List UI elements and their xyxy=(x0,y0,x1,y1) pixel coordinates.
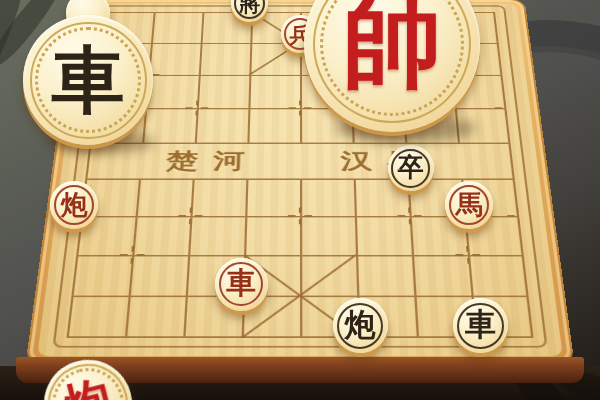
board-cell[interactable] xyxy=(458,143,515,179)
board-cell[interactable] xyxy=(355,216,412,255)
board-cell[interactable] xyxy=(197,75,250,108)
board-cell[interactable] xyxy=(468,255,529,296)
piece-glyph: 炮 xyxy=(61,191,88,218)
piece-glyph: 車 xyxy=(226,268,256,298)
piece-black-chariot-lifted[interactable]: 車 xyxy=(23,15,153,145)
board-cell[interactable] xyxy=(66,296,128,338)
board-cell[interactable] xyxy=(148,43,200,75)
piece-black-soldier[interactable]: 卒 xyxy=(388,145,434,191)
board-cell[interactable] xyxy=(300,178,355,215)
board-cell[interactable] xyxy=(132,216,190,255)
board-cell[interactable] xyxy=(356,255,414,296)
piece-black-cannon[interactable]: 炮 xyxy=(333,298,388,353)
piece-glyph: 車 xyxy=(465,310,496,341)
board-cell[interactable] xyxy=(199,43,251,75)
piece-glyph: 帥 xyxy=(343,0,442,92)
board-cell[interactable] xyxy=(190,178,246,215)
board-cell[interactable] xyxy=(151,12,202,43)
board-cell[interactable] xyxy=(248,75,300,108)
board-cell[interactable] xyxy=(129,255,189,296)
board-cell[interactable] xyxy=(136,178,193,215)
piece-glyph: 車 xyxy=(52,42,125,115)
piece-glyph: 將 xyxy=(239,0,260,14)
piece-black-chariot[interactable]: 車 xyxy=(453,298,508,353)
piece-glyph: 炮 xyxy=(345,310,376,341)
river-label-left: 楚河 xyxy=(148,147,277,176)
board-cell[interactable] xyxy=(195,108,249,143)
xiangqi-scene: 楚河 汉界 將兵卒炮馬車炮車車帥炮 xyxy=(0,0,600,400)
piece-red-chariot[interactable]: 車 xyxy=(215,258,268,311)
board-cell[interactable] xyxy=(245,178,300,215)
board-cell[interactable] xyxy=(188,216,245,255)
piece-glyph: 卒 xyxy=(398,155,424,181)
board-cell[interactable] xyxy=(145,75,199,108)
board-cell[interactable] xyxy=(244,216,300,255)
board-cell[interactable] xyxy=(125,296,186,338)
board-cell[interactable] xyxy=(247,108,300,143)
piece-glyph: 馬 xyxy=(456,191,483,218)
board-cell[interactable] xyxy=(300,216,356,255)
piece-glyph: 炮 xyxy=(58,373,117,400)
board-cell[interactable] xyxy=(300,255,357,296)
board-cell[interactable] xyxy=(71,255,132,296)
board-cell[interactable] xyxy=(412,255,472,296)
